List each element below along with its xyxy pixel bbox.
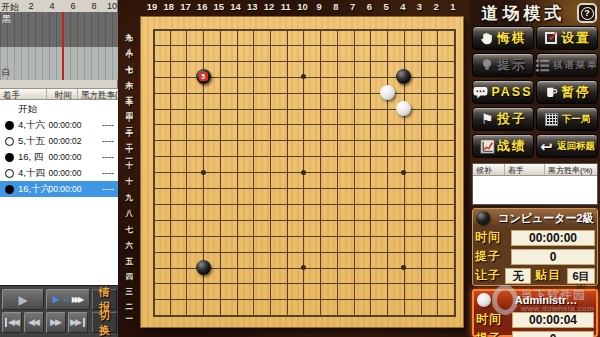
- settings-label: 设置: [562, 30, 591, 47]
- komi-value: 6目半: [567, 268, 595, 284]
- grid-icon: [544, 112, 559, 127]
- axis-label: 2: [28, 1, 33, 11]
- pause-button[interactable]: 暂停: [536, 80, 598, 104]
- action-button-grid: 悔棋设置提示棋谱菜单PASS暂停⚑投子下一局战绩↩返回标题: [472, 26, 598, 158]
- grid-line: [153, 45, 456, 46]
- stone-black[interactable]: [396, 69, 411, 84]
- col-label: 2: [434, 1, 439, 12]
- results-label: 战绩: [498, 138, 527, 155]
- grid-line: [354, 29, 355, 317]
- handicap-value: 无: [505, 268, 531, 284]
- grid-line: [170, 29, 171, 317]
- star-point: [301, 74, 306, 79]
- grid-line: [186, 29, 187, 317]
- candidates-table-header: 候补 着手 黑方胜率(%): [473, 164, 597, 176]
- grid-line: [454, 29, 456, 317]
- question-icon: ?: [581, 7, 594, 20]
- hint-button[interactable]: 提示: [472, 53, 534, 77]
- step-forward-icon: ▶▶: [50, 318, 60, 327]
- black-stone-icon: [5, 153, 14, 162]
- move-col-header: 着手: [0, 89, 47, 99]
- kifu-menu-button[interactable]: 棋谱菜单: [536, 53, 598, 77]
- grid-line: [370, 29, 371, 317]
- player-black-time-row: 时间 00:00:00: [473, 228, 597, 247]
- player-panel-white-active: Administr… 时间 00:00:04 提子 0: [472, 289, 598, 337]
- player-black-captures: 0: [511, 249, 595, 265]
- player-black-time: 00:00:00: [511, 230, 595, 246]
- move-winrate: ----: [83, 184, 118, 194]
- move-coord: 16, 四: [18, 151, 47, 164]
- pass-label: PASS: [491, 85, 532, 99]
- black-stone-icon: [5, 185, 14, 194]
- board-region: 19181716151413121110987654321 十九十八十七十六十五…: [118, 0, 470, 337]
- grid-line: [153, 29, 155, 317]
- bulb-icon: [480, 58, 495, 73]
- undo-button[interactable]: 悔棋: [472, 26, 534, 50]
- col-label: 7: [350, 1, 355, 12]
- rewind-icon: ◀◀: [8, 318, 18, 327]
- graph-axis-labels: 开始246810: [0, 0, 118, 12]
- white-stone-icon: [5, 169, 14, 178]
- star-point: [301, 265, 306, 270]
- stone-black[interactable]: [196, 260, 211, 275]
- axis-label: 8: [91, 1, 96, 11]
- graph-cursor-line: [62, 12, 64, 80]
- col-label: 19: [147, 1, 158, 12]
- col-label: 3: [417, 1, 422, 12]
- move-table-body: 开始4,十六00:00:00----5,十五00:00:02----16, 四0…: [0, 101, 118, 197]
- move-winrate: ----: [83, 136, 118, 146]
- checkbox-icon: [544, 31, 559, 46]
- grid-line: [437, 29, 438, 317]
- grid-line: [387, 29, 388, 317]
- white-stone-icon: [5, 137, 14, 146]
- last-move-marker: 5: [199, 72, 208, 81]
- move-row[interactable]: 4,十六00:00:00----: [0, 117, 118, 133]
- star-point: [401, 170, 406, 175]
- stone-black[interactable]: 5: [196, 69, 211, 84]
- axis-label: 4: [49, 1, 54, 11]
- graph-white-label: 白: [2, 66, 11, 79]
- grid-line: [320, 29, 321, 317]
- speech-icon: [473, 85, 488, 100]
- player-panel-black: コンピューター2級 时间 00:00:00 提子 0 让子 无 贴目 6目半: [472, 208, 598, 286]
- graph-black-label: 黑: [2, 13, 11, 26]
- captures-label: 提子: [476, 330, 512, 337]
- resign-button[interactable]: ⚑投子: [472, 107, 534, 131]
- chart-icon: [480, 139, 495, 154]
- bar-icon: [5, 318, 7, 327]
- grid-line: [153, 220, 456, 221]
- transport-controls: ▶ ▶↔▶▶▶ 情报 ◀◀ ◀◀ ▶▶ ▶▶ 切换: [0, 285, 118, 337]
- grid-line: [287, 29, 288, 317]
- candidates-table: 候补 着手 黑方胜率(%): [472, 163, 598, 205]
- move-col-header: 着手: [505, 164, 545, 175]
- playback-speed-button[interactable]: ▶↔▶▶▶: [46, 289, 90, 310]
- star-point: [401, 265, 406, 270]
- grid-line: [153, 315, 456, 317]
- time-label: 时间: [476, 311, 512, 328]
- switch-button[interactable]: 切换: [92, 312, 117, 333]
- graph-black-band: 黑: [0, 12, 118, 47]
- captures-label: 提子: [475, 248, 511, 265]
- grid-line: [237, 29, 238, 317]
- left-panel: 开始246810 黑 白 着手 时间 黑方胜率(... 开始4,十六00:00:…: [0, 0, 118, 337]
- move-list-table: 着手 时间 黑方胜率(... 开始4,十六00:00:00----5,十五00:…: [0, 88, 118, 285]
- flag-icon: ⚑: [480, 112, 495, 127]
- title-bar: 道场模式 ?: [470, 2, 600, 24]
- help-button[interactable]: ?: [577, 3, 597, 23]
- move-time: 00:00:00: [47, 184, 83, 194]
- axis-label: 10: [107, 1, 117, 11]
- col-label: 1: [450, 1, 455, 12]
- player-white-captures: 0: [512, 331, 594, 337]
- move-row[interactable]: 16, 四00:00:00----: [0, 149, 118, 165]
- undo-label: 悔棋: [498, 30, 527, 47]
- no-stone: [5, 105, 14, 114]
- back-to-title-button[interactable]: ↩返回标题: [536, 134, 598, 158]
- col-label: 5: [383, 1, 388, 12]
- play-small-icon: ▶: [53, 295, 60, 304]
- move-row[interactable]: 4,十四00:00:00----: [0, 165, 118, 181]
- col-label: 8: [333, 1, 338, 12]
- move-time: 00:00:02: [47, 136, 83, 146]
- black-stone-icon: [476, 211, 490, 225]
- player-white-captures-row: 提子 0: [474, 329, 596, 337]
- hint-label: 提示: [498, 57, 527, 74]
- player-black-name-bar: コンピューター2級: [473, 209, 597, 228]
- move-winrate: ----: [83, 152, 118, 162]
- move-coord: 开始: [18, 103, 47, 116]
- player-black-name: コンピューター2級: [495, 211, 597, 226]
- grid-line: [153, 236, 456, 237]
- col-label: 11: [281, 1, 291, 12]
- move-row[interactable]: 16,十六00:00:00----: [0, 181, 118, 197]
- col-label: 12: [264, 1, 275, 12]
- play-button[interactable]: ▶: [2, 289, 44, 310]
- play-icon: ▶: [18, 294, 27, 306]
- fast-forward-icon: ▶▶▶: [72, 296, 81, 304]
- back-to-title-label: 返回标题: [557, 140, 595, 153]
- move-coord: 5,十五: [18, 135, 47, 148]
- grid-line: [337, 29, 338, 317]
- player-white-name-bar: Administr…: [474, 291, 596, 310]
- grid-line: [153, 299, 456, 300]
- col-label: 16: [197, 1, 208, 12]
- skip-to-end-button[interactable]: ▶▶: [68, 312, 88, 333]
- col-label: 15: [214, 1, 225, 12]
- go-client-window: 开始246810 黑 白 着手 时间 黑方胜率(... 开始4,十六00:00:…: [0, 0, 600, 337]
- col-label: 6: [367, 1, 372, 12]
- komi-label: 贴目: [535, 267, 567, 284]
- resign-label: 投子: [498, 111, 527, 128]
- mode-title: 道场模式: [470, 2, 577, 25]
- pass-button[interactable]: PASS: [472, 80, 534, 104]
- move-row[interactable]: 5,十五00:00:02----: [0, 133, 118, 149]
- step-forward-button[interactable]: ▶▶: [46, 312, 66, 333]
- handicap-komi-row: 让子 无 贴目 6目半: [473, 266, 597, 285]
- move-table-header: 着手 时间 黑方胜率(...: [0, 88, 118, 100]
- grid-line: [153, 188, 456, 189]
- grid-line: [153, 29, 456, 31]
- axis-label: 6: [70, 1, 75, 11]
- right-panel: 道场模式 ? 悔棋设置提示棋谱菜单PASS暂停⚑投子下一局战绩↩返回标题 候补 …: [470, 0, 600, 337]
- move-time: 00:00:00: [47, 168, 83, 178]
- move-time: 00:00:00: [47, 152, 83, 162]
- move-row[interactable]: 开始: [0, 101, 118, 117]
- move-winrate: ----: [83, 120, 118, 130]
- grid-line: [153, 156, 456, 157]
- col-label: 18: [163, 1, 174, 12]
- fast-forward-icon: ▶▶: [70, 318, 80, 327]
- grid-line: [153, 283, 456, 284]
- winrate-col-header: 黑方胜率(...: [78, 89, 118, 99]
- results-button[interactable]: 战绩: [472, 134, 534, 158]
- move-coord: 16,十六: [18, 183, 47, 196]
- stone-white[interactable]: [380, 85, 395, 100]
- grid-line: [153, 124, 456, 125]
- next-game-label: 下一局: [562, 113, 591, 126]
- grid-line: [270, 29, 271, 317]
- skip-to-start-button[interactable]: ◀◀: [2, 312, 22, 333]
- col-label: 14: [230, 1, 241, 12]
- handicap-label: 让子: [475, 267, 505, 284]
- grid-line: [153, 93, 456, 94]
- step-back-button[interactable]: ◀◀: [24, 312, 44, 333]
- player-white-time-row: 时间 00:00:04: [474, 310, 596, 329]
- player-black-captures-row: 提子 0: [473, 247, 597, 266]
- grid-line: [220, 29, 221, 317]
- move-winrate: ----: [83, 168, 118, 178]
- kifu-menu-label: 棋谱菜单: [553, 59, 599, 72]
- cup-icon: [544, 85, 559, 100]
- player-white-name: Administr…: [496, 294, 596, 306]
- time-label: 时间: [475, 229, 511, 246]
- stone-white[interactable]: [396, 101, 411, 116]
- grid-line: [421, 29, 422, 317]
- col-label: 17: [180, 1, 191, 12]
- black-stone-icon: [5, 121, 14, 130]
- move-coord: 4,十四: [18, 167, 47, 180]
- grid-line: [153, 61, 456, 62]
- time-col-header: 时间: [47, 89, 78, 99]
- list-icon: [535, 58, 550, 73]
- grid-line: [153, 204, 456, 205]
- star-point: [201, 170, 206, 175]
- next-game-button[interactable]: 下一局: [536, 107, 598, 131]
- goban[interactable]: 5: [140, 16, 464, 328]
- graph-white-band: 白: [0, 47, 118, 80]
- grid-line: [153, 140, 456, 141]
- grid-line: [153, 252, 456, 253]
- step-back-icon: ◀◀: [28, 318, 38, 327]
- col-label: 9: [317, 1, 322, 12]
- star-point: [301, 170, 306, 175]
- move-time: 00:00:00: [47, 120, 83, 130]
- col-label: 4: [400, 1, 405, 12]
- candidate-col-header: 候补: [473, 164, 505, 175]
- grid-line: [253, 29, 254, 317]
- winrate-graph: 开始246810 黑 白: [0, 0, 118, 88]
- pause-label: 暂停: [562, 84, 591, 101]
- white-stone-icon: [477, 293, 491, 307]
- bar-icon: [83, 318, 85, 327]
- move-coord: 4,十六: [18, 119, 47, 132]
- loop-arrow-icon: ↔: [62, 295, 71, 304]
- winrate-col-header: 黑方胜率(%): [545, 164, 597, 175]
- settings-button[interactable]: 设置: [536, 26, 598, 50]
- player-white-time: 00:00:04: [512, 312, 594, 328]
- hand-icon: [480, 31, 495, 46]
- col-label: 13: [247, 1, 258, 12]
- return-icon: ↩: [539, 139, 554, 154]
- col-label: 10: [297, 1, 308, 12]
